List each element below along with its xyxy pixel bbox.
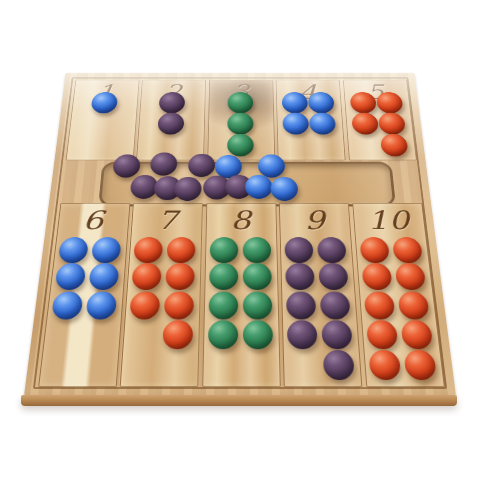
column-panel-6[interactable]: 6 — [38, 203, 130, 387]
ball-blue[interactable] — [270, 177, 298, 201]
ball-purple[interactable] — [187, 153, 214, 176]
ball-blue[interactable] — [282, 112, 309, 134]
board-front-edge — [21, 395, 457, 406]
ball-green[interactable] — [243, 263, 272, 290]
ball-green[interactable] — [208, 320, 238, 349]
ball-green[interactable] — [209, 263, 238, 290]
ball-green[interactable] — [243, 291, 273, 319]
column-number-6: 6 — [58, 208, 129, 234]
column-number-8: 8 — [206, 208, 276, 234]
column-panel-7[interactable]: 7 — [120, 203, 203, 387]
ball-green[interactable] — [227, 134, 254, 157]
ball-green[interactable] — [208, 291, 238, 319]
ball-green[interactable] — [227, 92, 253, 113]
column-number-10: 10 — [353, 208, 424, 234]
ball-green[interactable] — [209, 237, 238, 263]
column-number-9: 9 — [280, 208, 350, 234]
ball-green[interactable] — [243, 320, 273, 349]
ball-green[interactable] — [243, 237, 272, 263]
ball-blue[interactable] — [245, 175, 272, 199]
ball-purple[interactable] — [149, 152, 177, 175]
ball-blue[interactable] — [282, 92, 308, 113]
counting-board-photo: 12345678910 — [0, 0, 480, 480]
ball-green[interactable] — [227, 112, 253, 134]
wooden-board: 12345678910 — [24, 73, 456, 396]
ball-blue[interactable] — [258, 154, 285, 177]
ball-purple[interactable] — [173, 177, 201, 201]
column-number-7: 7 — [132, 208, 202, 234]
